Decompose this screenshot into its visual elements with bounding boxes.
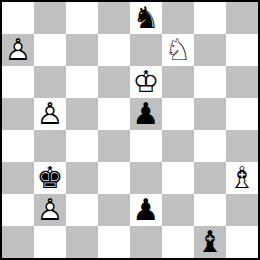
white-bishop-glyph: ♗ (226, 162, 258, 194)
square-d7[interactable] (98, 34, 130, 66)
square-d1[interactable] (98, 226, 130, 258)
square-e8[interactable]: ♞ (130, 2, 162, 34)
piece-black-bishop-g1[interactable]: ♝ (194, 226, 226, 258)
square-h5[interactable] (226, 98, 258, 130)
square-b3[interactable]: ♚ (34, 162, 66, 194)
square-d6[interactable] (98, 66, 130, 98)
square-h4[interactable] (226, 130, 258, 162)
square-g7[interactable] (194, 34, 226, 66)
square-g2[interactable] (194, 194, 226, 226)
square-c7[interactable] (66, 34, 98, 66)
white-king-glyph: ♔ (130, 66, 162, 98)
square-e4[interactable] (130, 130, 162, 162)
square-b8[interactable] (34, 2, 66, 34)
square-g1[interactable]: ♝ (194, 226, 226, 258)
square-h8[interactable] (226, 2, 258, 34)
square-g6[interactable] (194, 66, 226, 98)
square-b4[interactable] (34, 130, 66, 162)
black-pawn-glyph: ♟ (130, 98, 162, 130)
square-e2[interactable]: ♟ (130, 194, 162, 226)
square-c1[interactable] (66, 226, 98, 258)
piece-white-bishop-h3[interactable]: ♝♗ (226, 162, 258, 194)
white-pawn-glyph: ♙ (2, 34, 34, 66)
square-f6[interactable] (162, 66, 194, 98)
square-f3[interactable] (162, 162, 194, 194)
square-f4[interactable] (162, 130, 194, 162)
black-king-glyph: ♚ (34, 162, 66, 194)
square-d3[interactable] (98, 162, 130, 194)
piece-black-king-b3[interactable]: ♚ (34, 162, 66, 194)
square-g8[interactable] (194, 2, 226, 34)
square-h1[interactable] (226, 226, 258, 258)
square-a1[interactable] (2, 226, 34, 258)
black-pawn-glyph: ♟ (130, 194, 162, 226)
square-h7[interactable] (226, 34, 258, 66)
square-c6[interactable] (66, 66, 98, 98)
piece-white-pawn-b5[interactable]: ♟♙ (34, 98, 66, 130)
square-g4[interactable] (194, 130, 226, 162)
square-a6[interactable] (2, 66, 34, 98)
square-e1[interactable] (130, 226, 162, 258)
piece-white-knight-f7[interactable]: ♞♘ (162, 34, 194, 66)
piece-white-king-e6[interactable]: ♚♔ (130, 66, 162, 98)
square-a4[interactable] (2, 130, 34, 162)
square-c2[interactable] (66, 194, 98, 226)
square-c3[interactable] (66, 162, 98, 194)
square-b2[interactable]: ♟♙ (34, 194, 66, 226)
square-b5[interactable]: ♟♙ (34, 98, 66, 130)
square-a2[interactable] (2, 194, 34, 226)
square-d2[interactable] (98, 194, 130, 226)
piece-black-knight-e8[interactable]: ♞ (130, 2, 162, 34)
square-d4[interactable] (98, 130, 130, 162)
square-g3[interactable] (194, 162, 226, 194)
square-b1[interactable] (34, 226, 66, 258)
black-knight-glyph: ♞ (130, 2, 162, 34)
square-a5[interactable] (2, 98, 34, 130)
square-f8[interactable] (162, 2, 194, 34)
square-g5[interactable] (194, 98, 226, 130)
square-d8[interactable] (98, 2, 130, 34)
square-b7[interactable] (34, 34, 66, 66)
square-h3[interactable]: ♝♗ (226, 162, 258, 194)
square-b6[interactable] (34, 66, 66, 98)
square-d5[interactable] (98, 98, 130, 130)
square-c4[interactable] (66, 130, 98, 162)
white-knight-glyph: ♘ (162, 34, 194, 66)
square-e6[interactable]: ♚♔ (130, 66, 162, 98)
square-h2[interactable] (226, 194, 258, 226)
square-e3[interactable] (130, 162, 162, 194)
piece-white-pawn-a7[interactable]: ♟♙ (2, 34, 34, 66)
square-e5[interactable]: ♟ (130, 98, 162, 130)
white-pawn-glyph: ♙ (34, 98, 66, 130)
chess-board: ♞♟♙♞♘♚♔♟♙♟♚♝♗♟♙♟♝ (2, 2, 258, 258)
square-a3[interactable] (2, 162, 34, 194)
square-f7[interactable]: ♞♘ (162, 34, 194, 66)
piece-black-pawn-e5[interactable]: ♟ (130, 98, 162, 130)
square-c8[interactable] (66, 2, 98, 34)
piece-white-pawn-b2[interactable]: ♟♙ (34, 194, 66, 226)
square-f5[interactable] (162, 98, 194, 130)
chess-board-frame: ♞♟♙♞♘♚♔♟♙♟♚♝♗♟♙♟♝ (0, 0, 260, 260)
square-c5[interactable] (66, 98, 98, 130)
square-a7[interactable]: ♟♙ (2, 34, 34, 66)
square-h6[interactable] (226, 66, 258, 98)
square-e7[interactable] (130, 34, 162, 66)
black-bishop-glyph: ♝ (194, 226, 226, 258)
square-f1[interactable] (162, 226, 194, 258)
white-pawn-glyph: ♙ (34, 194, 66, 226)
piece-black-pawn-e2[interactable]: ♟ (130, 194, 162, 226)
square-f2[interactable] (162, 194, 194, 226)
square-a8[interactable] (2, 2, 34, 34)
